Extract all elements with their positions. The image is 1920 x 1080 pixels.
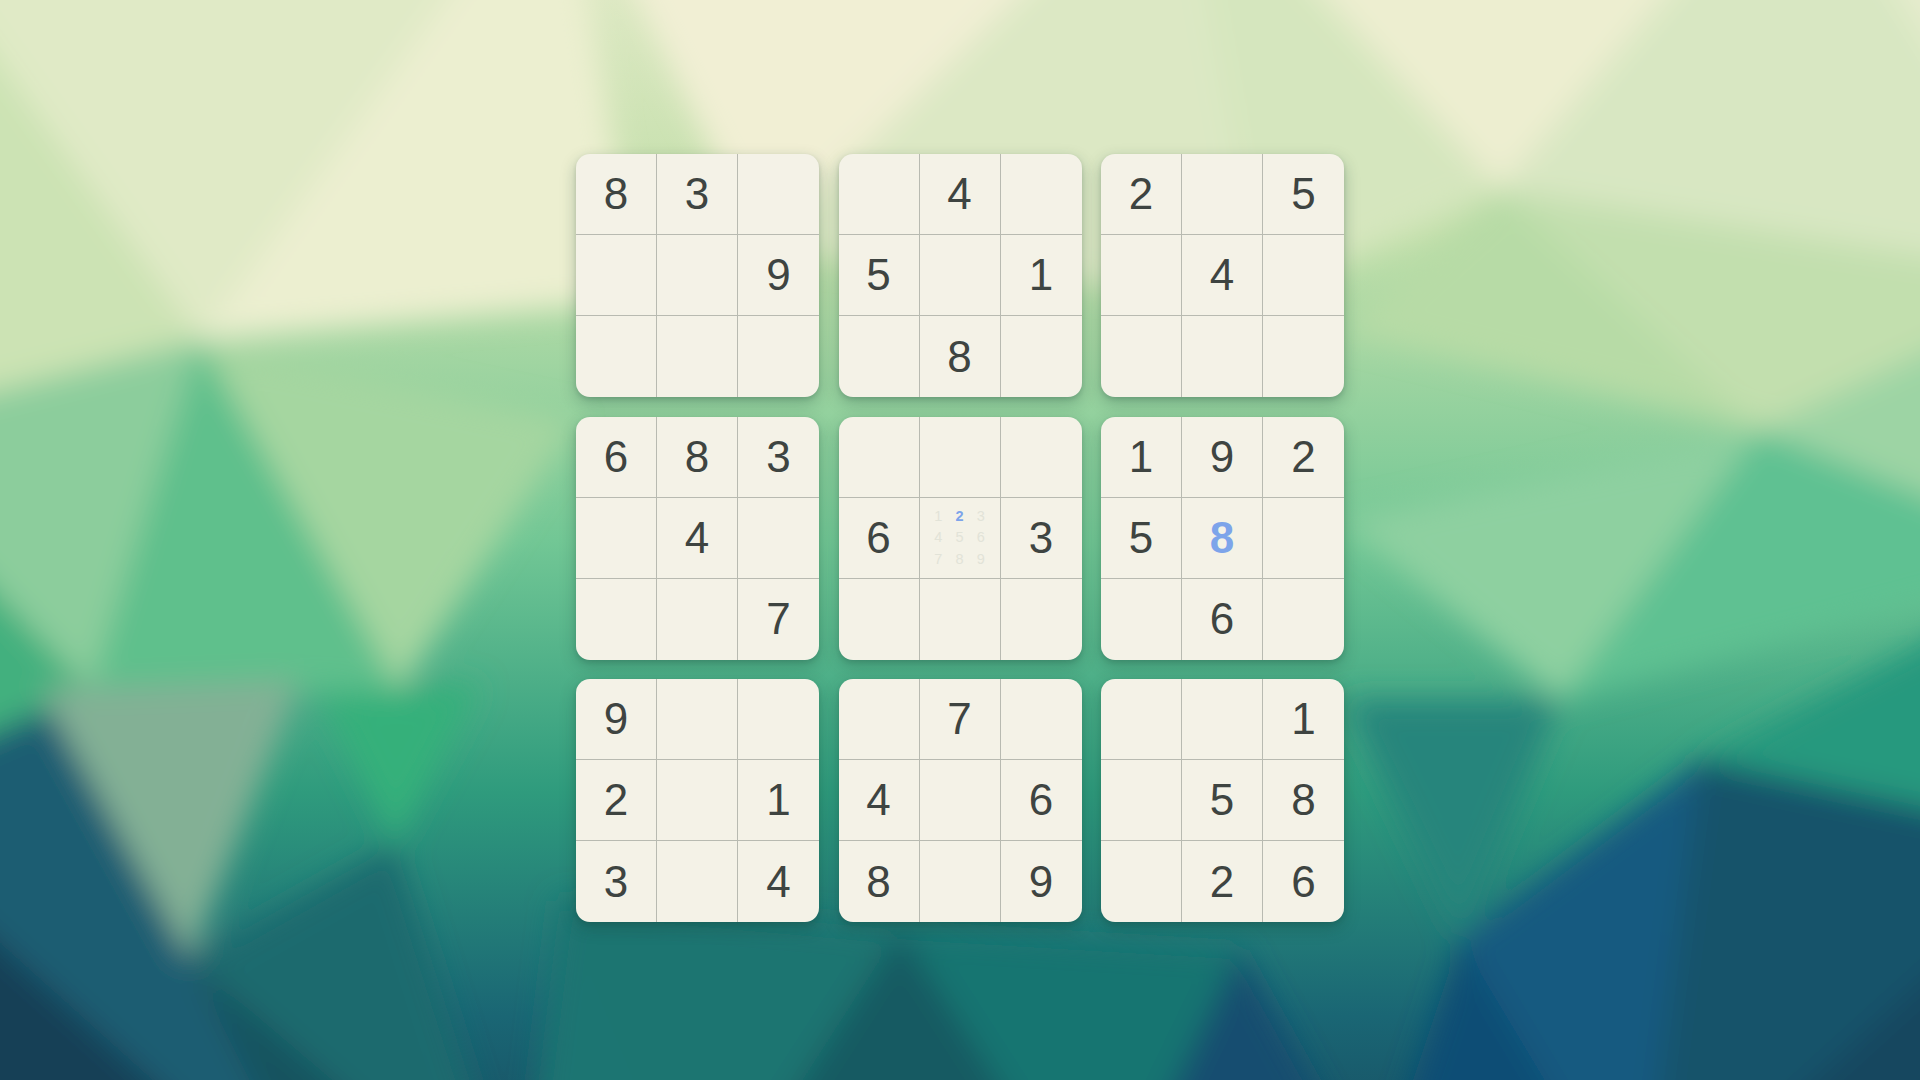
cell-r6c7[interactable] bbox=[1101, 579, 1182, 660]
cell-r1c3[interactable] bbox=[738, 154, 819, 235]
cell-r3c6[interactable] bbox=[1001, 316, 1082, 397]
cell-r9c5[interactable] bbox=[920, 841, 1001, 922]
sudoku-block-3-1: 92134 bbox=[576, 679, 819, 922]
cell-r1c4[interactable] bbox=[839, 154, 920, 235]
cell-r6c1[interactable] bbox=[576, 579, 657, 660]
given-digit: 2 bbox=[1291, 435, 1315, 479]
cell-r4c1[interactable]: 6 bbox=[576, 417, 657, 498]
cell-r7c3[interactable] bbox=[738, 679, 819, 760]
given-digit: 3 bbox=[685, 172, 709, 216]
cell-r2c3[interactable]: 9 bbox=[738, 235, 819, 316]
cell-r9c6[interactable]: 9 bbox=[1001, 841, 1082, 922]
cell-r7c5[interactable]: 7 bbox=[920, 679, 1001, 760]
sudoku-block-3-2: 74689 bbox=[839, 679, 1082, 922]
pencil-mark-4: 4 bbox=[928, 527, 949, 548]
cell-r9c2[interactable] bbox=[657, 841, 738, 922]
cell-r2c4[interactable]: 5 bbox=[839, 235, 920, 316]
cell-r2c1[interactable] bbox=[576, 235, 657, 316]
cell-r9c3[interactable]: 4 bbox=[738, 841, 819, 922]
cell-r6c3[interactable]: 7 bbox=[738, 579, 819, 660]
cell-r1c6[interactable] bbox=[1001, 154, 1082, 235]
cell-r6c6[interactable] bbox=[1001, 579, 1082, 660]
given-digit: 7 bbox=[947, 697, 971, 741]
cell-r3c2[interactable] bbox=[657, 316, 738, 397]
cell-r7c4[interactable] bbox=[839, 679, 920, 760]
cell-r4c7[interactable]: 1 bbox=[1101, 417, 1182, 498]
sudoku-block-2-3: 192586 bbox=[1101, 417, 1344, 660]
cell-r6c2[interactable] bbox=[657, 579, 738, 660]
cell-r6c8[interactable]: 6 bbox=[1182, 579, 1263, 660]
cell-r8c5[interactable] bbox=[920, 760, 1001, 841]
given-digit: 2 bbox=[1129, 172, 1153, 216]
cell-r5c6[interactable]: 3 bbox=[1001, 498, 1082, 579]
cell-r2c6[interactable]: 1 bbox=[1001, 235, 1082, 316]
given-digit: 6 bbox=[604, 435, 628, 479]
cell-r8c4[interactable]: 4 bbox=[839, 760, 920, 841]
sudoku-block-1-3: 254 bbox=[1101, 154, 1344, 397]
given-digit: 4 bbox=[766, 860, 790, 904]
given-digit: 7 bbox=[766, 597, 790, 641]
given-digit: 8 bbox=[604, 172, 628, 216]
user-digit: 8 bbox=[1210, 516, 1234, 560]
given-digit: 4 bbox=[866, 778, 890, 822]
cell-r3c5[interactable]: 8 bbox=[920, 316, 1001, 397]
cell-r7c2[interactable] bbox=[657, 679, 738, 760]
cell-r3c9[interactable] bbox=[1263, 316, 1344, 397]
cell-r1c2[interactable]: 3 bbox=[657, 154, 738, 235]
given-digit: 1 bbox=[766, 778, 790, 822]
cell-r8c3[interactable]: 1 bbox=[738, 760, 819, 841]
cell-r8c6[interactable]: 6 bbox=[1001, 760, 1082, 841]
given-digit: 8 bbox=[685, 435, 709, 479]
cell-r9c4[interactable]: 8 bbox=[839, 841, 920, 922]
cell-r6c4[interactable] bbox=[839, 579, 920, 660]
given-digit: 4 bbox=[685, 516, 709, 560]
sudoku-block-1-2: 4518 bbox=[839, 154, 1082, 397]
cell-r8c7[interactable] bbox=[1101, 760, 1182, 841]
given-digit: 5 bbox=[1210, 778, 1234, 822]
given-digit: 5 bbox=[1291, 172, 1315, 216]
cell-r5c8[interactable]: 8 bbox=[1182, 498, 1263, 579]
cell-r3c4[interactable] bbox=[839, 316, 920, 397]
given-digit: 9 bbox=[766, 253, 790, 297]
cell-r6c5[interactable] bbox=[920, 579, 1001, 660]
cell-r4c6[interactable] bbox=[1001, 417, 1082, 498]
sudoku-block-2-2: 61234567893 bbox=[839, 417, 1082, 660]
cell-r1c1[interactable]: 8 bbox=[576, 154, 657, 235]
cell-r7c9[interactable]: 1 bbox=[1263, 679, 1344, 760]
cell-r2c9[interactable] bbox=[1263, 235, 1344, 316]
pencil-mark-2: 2 bbox=[949, 506, 970, 527]
given-digit: 8 bbox=[1291, 778, 1315, 822]
cell-r5c2[interactable]: 4 bbox=[657, 498, 738, 579]
given-digit: 2 bbox=[604, 778, 628, 822]
pencil-mark-8: 8 bbox=[949, 548, 970, 569]
given-digit: 6 bbox=[1291, 860, 1315, 904]
cell-r4c5[interactable] bbox=[920, 417, 1001, 498]
cell-r9c7[interactable] bbox=[1101, 841, 1182, 922]
cell-r5c7[interactable]: 5 bbox=[1101, 498, 1182, 579]
given-digit: 4 bbox=[947, 172, 971, 216]
pencil-marks-grid: 123456789 bbox=[920, 498, 1000, 578]
given-digit: 8 bbox=[866, 860, 890, 904]
pencil-mark-1: 1 bbox=[928, 506, 949, 527]
given-digit: 1 bbox=[1291, 697, 1315, 741]
cell-r5c9[interactable] bbox=[1263, 498, 1344, 579]
cell-r7c6[interactable] bbox=[1001, 679, 1082, 760]
cell-r3c1[interactable] bbox=[576, 316, 657, 397]
given-digit: 3 bbox=[604, 860, 628, 904]
cell-r7c8[interactable] bbox=[1182, 679, 1263, 760]
cell-r9c9[interactable]: 6 bbox=[1263, 841, 1344, 922]
cell-r8c9[interactable]: 8 bbox=[1263, 760, 1344, 841]
given-digit: 8 bbox=[947, 335, 971, 379]
cell-r1c7[interactable]: 2 bbox=[1101, 154, 1182, 235]
given-digit: 6 bbox=[866, 516, 890, 560]
cell-r3c8[interactable] bbox=[1182, 316, 1263, 397]
given-digit: 5 bbox=[866, 253, 890, 297]
given-digit: 3 bbox=[1029, 516, 1053, 560]
cell-r7c1[interactable]: 9 bbox=[576, 679, 657, 760]
cell-r3c7[interactable] bbox=[1101, 316, 1182, 397]
pencil-mark-7: 7 bbox=[928, 548, 949, 569]
cell-r5c5[interactable]: 123456789 bbox=[920, 498, 1001, 579]
cell-r2c8[interactable]: 4 bbox=[1182, 235, 1263, 316]
cell-r1c5[interactable]: 4 bbox=[920, 154, 1001, 235]
cell-r8c1[interactable]: 2 bbox=[576, 760, 657, 841]
cell-r5c1[interactable] bbox=[576, 498, 657, 579]
sudoku-block-1-1: 839 bbox=[576, 154, 819, 397]
cell-r4c3[interactable]: 3 bbox=[738, 417, 819, 498]
sudoku-board: 8394518254683476123456789319258692134746… bbox=[576, 154, 1344, 922]
given-digit: 6 bbox=[1210, 597, 1234, 641]
cell-r4c2[interactable]: 8 bbox=[657, 417, 738, 498]
cell-r2c2[interactable] bbox=[657, 235, 738, 316]
given-digit: 9 bbox=[604, 697, 628, 741]
cell-r9c1[interactable]: 3 bbox=[576, 841, 657, 922]
sudoku-block-2-1: 68347 bbox=[576, 417, 819, 660]
pencil-mark-6: 6 bbox=[970, 527, 991, 548]
cell-r2c5[interactable] bbox=[920, 235, 1001, 316]
pencil-mark-3: 3 bbox=[970, 506, 991, 527]
cell-r4c9[interactable]: 2 bbox=[1263, 417, 1344, 498]
pencil-mark-5: 5 bbox=[949, 527, 970, 548]
given-digit: 5 bbox=[1129, 516, 1153, 560]
pencil-mark-9: 9 bbox=[970, 548, 991, 569]
given-digit: 9 bbox=[1029, 860, 1053, 904]
cell-r4c4[interactable] bbox=[839, 417, 920, 498]
cell-r8c8[interactable]: 5 bbox=[1182, 760, 1263, 841]
given-digit: 6 bbox=[1029, 778, 1053, 822]
given-digit: 1 bbox=[1129, 435, 1153, 479]
cell-r4c8[interactable]: 9 bbox=[1182, 417, 1263, 498]
cell-r3c3[interactable] bbox=[738, 316, 819, 397]
cell-r9c8[interactable]: 2 bbox=[1182, 841, 1263, 922]
given-digit: 3 bbox=[766, 435, 790, 479]
cell-r1c9[interactable]: 5 bbox=[1263, 154, 1344, 235]
cell-r7c7[interactable] bbox=[1101, 679, 1182, 760]
sudoku-block-3-3: 15826 bbox=[1101, 679, 1344, 922]
cell-r2c7[interactable] bbox=[1101, 235, 1182, 316]
cell-r1c8[interactable] bbox=[1182, 154, 1263, 235]
given-digit: 1 bbox=[1029, 253, 1053, 297]
given-digit: 9 bbox=[1210, 435, 1234, 479]
cell-r6c9[interactable] bbox=[1263, 579, 1344, 660]
cell-r8c2[interactable] bbox=[657, 760, 738, 841]
cell-r5c3[interactable] bbox=[738, 498, 819, 579]
cell-r5c4[interactable]: 6 bbox=[839, 498, 920, 579]
given-digit: 2 bbox=[1210, 860, 1234, 904]
given-digit: 4 bbox=[1210, 253, 1234, 297]
